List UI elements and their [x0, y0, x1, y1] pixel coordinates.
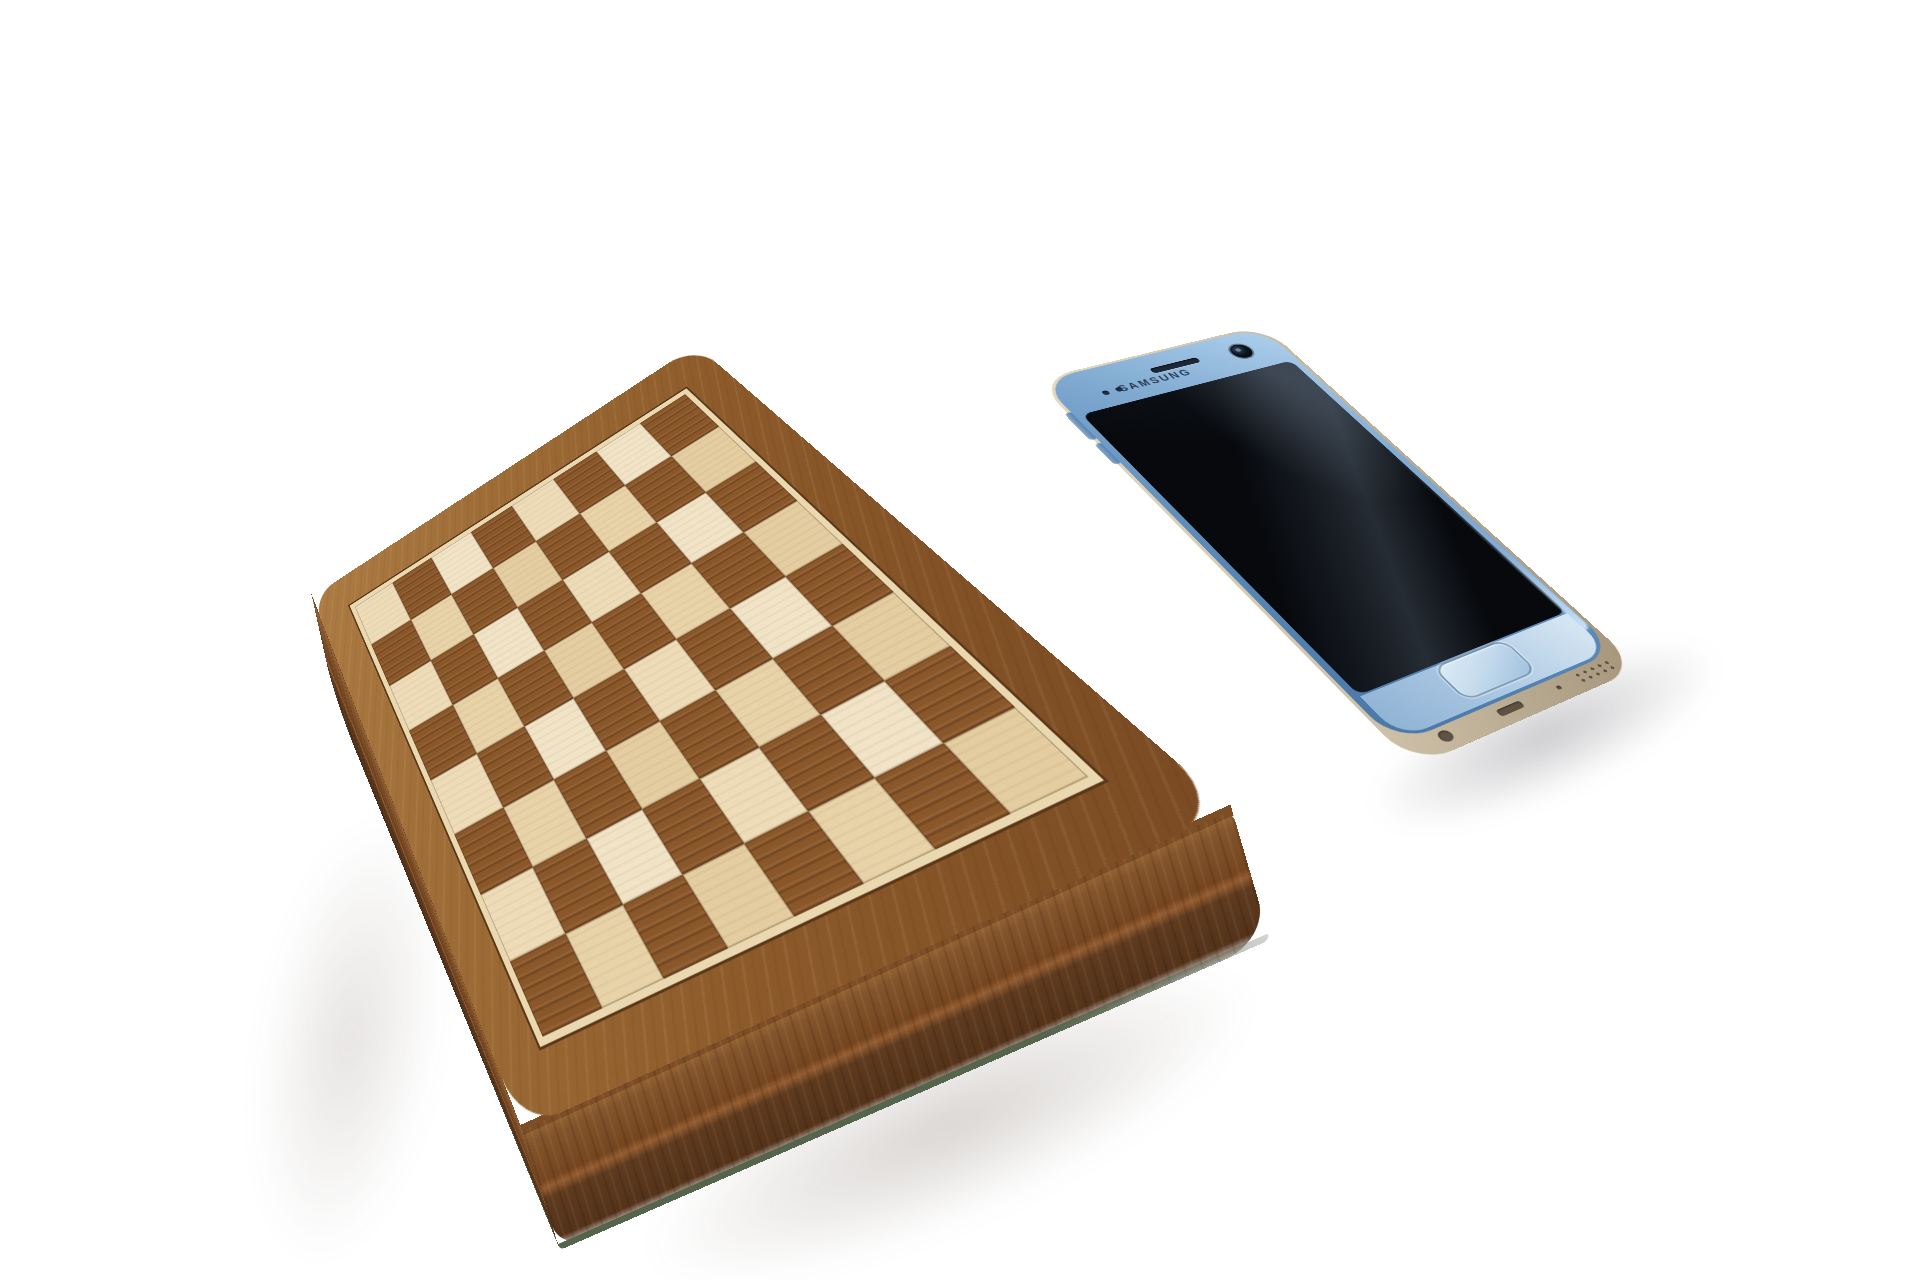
phone: SAMSUNG — [1035, 325, 1640, 767]
scene: SAMSUNG — [0, 0, 1920, 1280]
phone-body: SAMSUNG — [1040, 327, 1617, 744]
microphone-hole — [1555, 685, 1562, 690]
usb-port — [1495, 700, 1525, 716]
headphone-jack — [1435, 729, 1457, 744]
